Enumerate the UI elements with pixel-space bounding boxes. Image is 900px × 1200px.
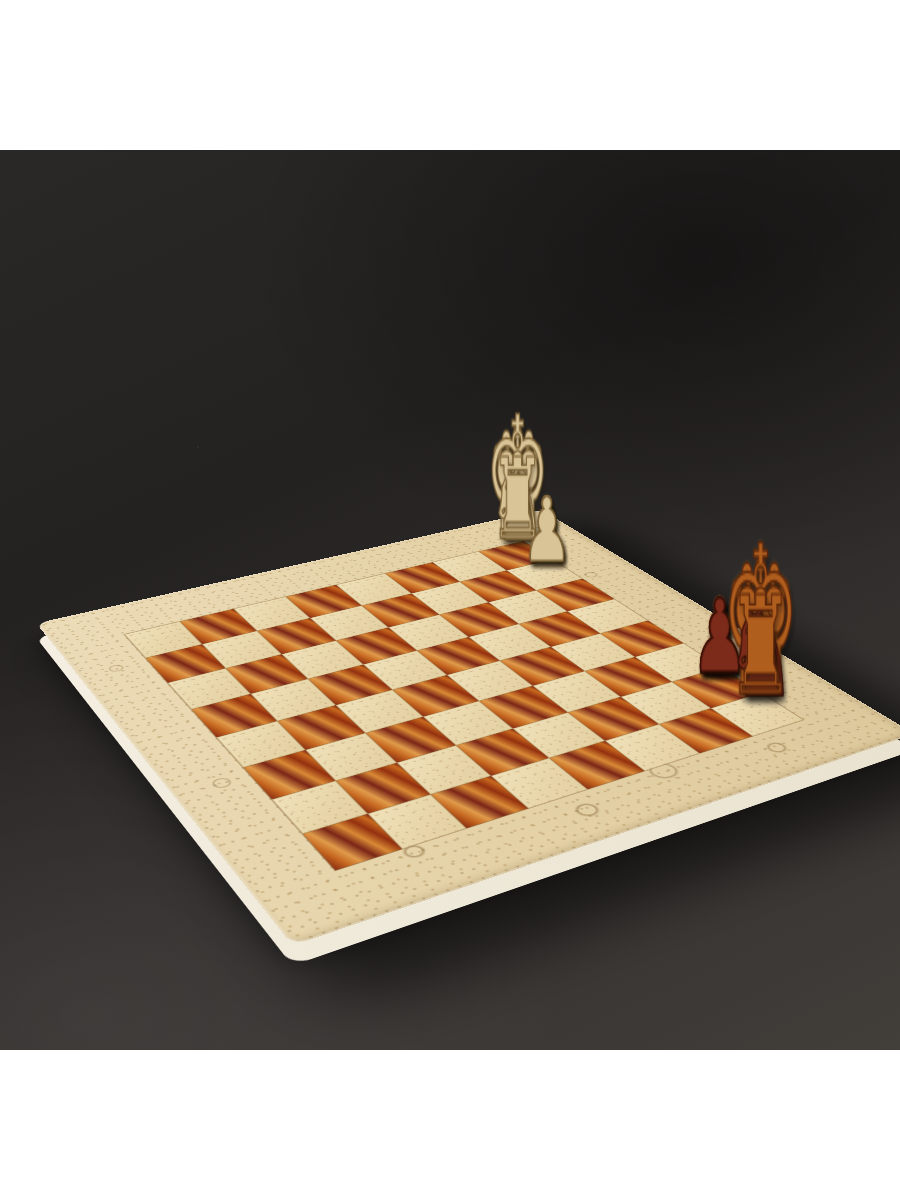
piece-red-pawn-a7: ♟: [679, 588, 760, 689]
square-g2: [202, 631, 282, 668]
piece-cream-rook-a1: ♜: [483, 445, 552, 557]
piece-red-pawn-a7: ♟: [679, 588, 760, 689]
piece-cream-queen-a1: ♛: [483, 412, 552, 557]
square-f3: [282, 641, 364, 679]
piece-cream-pawn-a2: ♟: [511, 488, 582, 576]
piece-cream-pawn-a2: ♟: [511, 488, 582, 576]
square-c2: [411, 582, 488, 615]
piece-cream-king-a1: ♚: [483, 398, 552, 557]
piece-red-pawn-a7: ♟: [679, 588, 760, 689]
letterbox-bottom: [0, 1050, 900, 1200]
square-a4: [567, 599, 648, 633]
square-b4: [519, 611, 600, 647]
square-d1: [336, 573, 411, 605]
square-e2: [310, 606, 388, 641]
square-e1: [286, 585, 362, 618]
square-b5: [551, 633, 635, 671]
square-a1: [479, 541, 553, 570]
piece-red-pawn-a7: ♟: [679, 588, 760, 689]
square-b3: [489, 590, 568, 624]
piece-cream-pawn-a2: ♟: [511, 488, 582, 576]
piece-cream-pawn-a2: ♟: [511, 488, 582, 576]
piece-cream-pawn-a2: ♟: [511, 488, 582, 576]
piece-cream-pawn-a2: ♟: [511, 488, 582, 576]
piece-cream-rook-a1: ♜: [483, 445, 552, 557]
square-a2: [507, 559, 583, 590]
square-a3: [536, 579, 614, 612]
piece-cream-bishop-a1: ♝: [483, 439, 552, 557]
piece-cream-pawn-a2: ♟: [511, 488, 582, 576]
chessboard-slab: ♜♞♝♛♚♝♞♜♟♟♟♟♟♟♟♟♟♟♟♟♟♟♟♟♜♞♝♛♚♝♞♜: [36, 510, 900, 946]
scene: ♜♞♝♛♚♝♞♜♟♟♟♟♟♟♟♟♟♟♟♟♟♟♟♟♜♞♝♛♚♝♞♜: [0, 150, 900, 1050]
square-d3: [388, 615, 468, 651]
square-b1: [433, 551, 507, 581]
piece-cream-bishop-a1: ♝: [483, 439, 552, 557]
piece-red-pawn-a7: ♟: [679, 588, 760, 689]
square-h2: [145, 644, 225, 683]
square-d2: [362, 593, 440, 627]
letterbox-top: [0, 0, 900, 150]
piece-cream-knight-a1: ♞: [483, 448, 552, 556]
square-h1: [124, 621, 202, 658]
photo-background: ♜♞♝♛♚♝♞♜♟♟♟♟♟♟♟♟♟♟♟♟♟♟♟♟♜♞♝♛♚♝♞♜: [0, 150, 900, 1050]
square-a5: [600, 621, 683, 657]
square-e3: [336, 627, 417, 664]
piece-cream-knight-a1: ♞: [483, 448, 552, 556]
square-c1: [385, 562, 460, 593]
square-c3: [439, 602, 519, 637]
piece-cream-pawn-a2: ♟: [511, 488, 582, 576]
piece-red-pawn-a7: ♟: [679, 588, 760, 689]
board-grid: [124, 541, 803, 871]
square-f1: [234, 597, 311, 631]
square-g1: [180, 609, 257, 644]
square-d4: [417, 637, 500, 675]
square-b2: [460, 570, 536, 602]
piece-red-pawn-a7: ♟: [679, 588, 760, 689]
square-f2: [257, 618, 336, 654]
square-c4: [469, 624, 551, 661]
piece-red-pawn-a7: ♟: [679, 588, 760, 689]
